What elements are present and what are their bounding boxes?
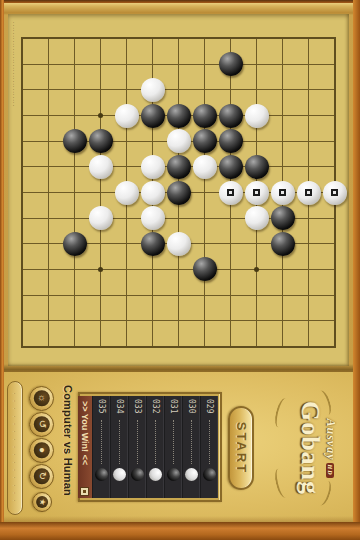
- undo-arrow-icon: ↺: [37, 420, 47, 428]
- redo-arrow-icon: ↻: [37, 472, 47, 480]
- fine-print-capsule[interactable]: · · · · · · · · · · · · · · ·: [7, 381, 23, 515]
- move-stone-white-icon: [113, 468, 126, 481]
- move-list-row: 029: [200, 396, 218, 498]
- stone-black: [89, 129, 113, 153]
- move-number: 030: [187, 399, 196, 416]
- stone-white: [141, 78, 165, 102]
- move-number: 031: [169, 399, 178, 416]
- move-list-row: 033: [128, 396, 146, 498]
- stone-black: [167, 155, 191, 179]
- move-number: 029: [205, 399, 214, 416]
- star-icon: ★: [38, 498, 46, 505]
- winning-stone-marker: [279, 189, 286, 196]
- leader-dots: [101, 420, 102, 464]
- window-border-top: [0, 0, 360, 3]
- stone-white: [167, 232, 191, 256]
- status-banner-text: >> You Win! <<: [80, 396, 90, 487]
- window-border-left: [0, 0, 4, 540]
- stone-white-winning: [297, 181, 321, 205]
- stone-black: [167, 181, 191, 205]
- stone-black: [245, 155, 269, 179]
- stone-black: [141, 232, 165, 256]
- redo-button[interactable]: ↻: [30, 464, 55, 489]
- stone-white-winning: [323, 181, 347, 205]
- winning-stone-marker: [253, 189, 260, 196]
- move-list-row: 035: [92, 396, 110, 498]
- ornament-flourish: [273, 467, 292, 499]
- stone-white-winning: [219, 181, 243, 205]
- stone-black: [141, 104, 165, 128]
- stone-black: [193, 104, 217, 128]
- move-stone-white-icon: [149, 468, 162, 481]
- game-mode-label: Computer vs Human: [62, 385, 74, 515]
- winning-stone-marker: [331, 189, 338, 196]
- move-stone-black-icon: [203, 468, 216, 481]
- stone-white: [141, 155, 165, 179]
- status-ack-checkbox[interactable]: [81, 487, 90, 496]
- stone-black: [219, 52, 243, 76]
- stone-black: [63, 232, 87, 256]
- stone-black: [63, 129, 87, 153]
- stone-white: [115, 181, 139, 205]
- move-number: 032: [151, 399, 160, 416]
- logo-title-main: Gobang: [297, 372, 323, 524]
- stone-white-winning: [271, 181, 295, 205]
- gobang-app-window: ········································…: [0, 0, 360, 540]
- undo-button[interactable]: ↺: [30, 412, 55, 437]
- move-stone-white-icon: [185, 468, 198, 481]
- move-list-row: 030: [182, 396, 200, 498]
- stone-white: [141, 181, 165, 205]
- move-stone-black-icon: [167, 468, 180, 481]
- move-history-list[interactable]: 029030031032033034035: [92, 396, 218, 498]
- stone-black: [219, 104, 243, 128]
- start-button[interactable]: START: [228, 406, 254, 490]
- stone-white: [141, 206, 165, 230]
- winning-stone-marker: [227, 189, 234, 196]
- settings-button[interactable]: ☼: [30, 386, 55, 411]
- app-logo: AusvayHD Gobang: [297, 372, 338, 524]
- leader-dots: [137, 420, 138, 464]
- move-history-box: 029030031032033034035 >> You Win! <<: [78, 392, 222, 502]
- stone-black: [219, 129, 243, 153]
- button-face: ↺: [34, 416, 50, 432]
- status-banner: >> You Win! <<: [78, 396, 92, 498]
- goban-board[interactable]: ········································…: [8, 14, 349, 366]
- hint-drop-icon: ●: [37, 447, 47, 453]
- watermark-fine-print: ········································…: [8, 22, 17, 106]
- stone-black: [193, 257, 217, 281]
- stone-black: [219, 155, 243, 179]
- move-stone-black-icon: [131, 468, 144, 481]
- board-wood-frame: ········································…: [3, 2, 354, 372]
- ornament-flourish: [273, 397, 292, 429]
- stone-black: [271, 206, 295, 230]
- gear-icon: ☼: [37, 393, 47, 402]
- move-stone-black-icon: [95, 468, 108, 481]
- move-number: 033: [133, 399, 142, 416]
- move-number: 035: [97, 399, 106, 416]
- window-border-right: [353, 0, 360, 540]
- leader-dots: [209, 420, 210, 464]
- hint-button[interactable]: ●: [30, 438, 55, 463]
- stone-black: [167, 104, 191, 128]
- stone-white: [245, 206, 269, 230]
- leader-dots: [191, 420, 192, 464]
- more-button[interactable]: ★: [32, 492, 52, 512]
- leader-dots: [155, 420, 156, 464]
- stone-white: [193, 155, 217, 179]
- button-face: ☼: [34, 390, 50, 406]
- control-panel: AusvayHD Gobang START 029030031032033034…: [0, 372, 360, 524]
- logo-title-small: Ausvay: [324, 419, 338, 461]
- move-list-row: 031: [164, 396, 182, 498]
- move-number: 034: [115, 399, 124, 416]
- stone-white: [89, 155, 113, 179]
- stone-white: [245, 104, 269, 128]
- move-list-row: 034: [110, 396, 128, 498]
- stone-white-winning: [245, 181, 269, 205]
- leader-dots: [173, 420, 174, 464]
- stone-white: [115, 104, 139, 128]
- toolbar-button-row: ☼↺●↻★: [27, 384, 57, 516]
- button-face: ★: [36, 496, 48, 508]
- logo-badge: HD: [326, 463, 334, 478]
- stone-white: [167, 129, 191, 153]
- winning-stone-marker: [305, 189, 312, 196]
- window-border-bottom: [0, 522, 360, 540]
- stone-black: [193, 129, 217, 153]
- stone-white: [89, 206, 113, 230]
- button-face: ●: [34, 442, 50, 458]
- stone-black: [271, 232, 295, 256]
- leader-dots: [119, 420, 120, 464]
- move-list-row: 032: [146, 396, 164, 498]
- button-face: ↻: [34, 468, 50, 484]
